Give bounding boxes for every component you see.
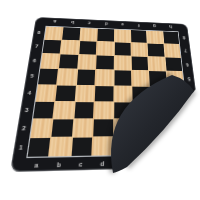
rank-label-7: 7 <box>30 39 44 54</box>
file-label-a: a <box>24 158 48 172</box>
rank-label-right-1: 1 <box>190 136 200 155</box>
square-h3 <box>169 102 188 118</box>
square-g8 <box>147 31 163 44</box>
file-label-top-f: f <box>130 21 146 30</box>
square-c6 <box>78 55 96 69</box>
rank-label-8: 8 <box>32 25 45 39</box>
square-g7 <box>148 44 164 57</box>
square-e1 <box>113 137 132 155</box>
square-g4 <box>150 86 168 101</box>
square-h6 <box>165 58 182 72</box>
square-b8 <box>62 27 80 40</box>
square-b6 <box>59 55 78 69</box>
square-e8 <box>114 29 130 42</box>
square-c1 <box>71 137 92 156</box>
file-label-top-c: c <box>80 19 97 28</box>
square-f1 <box>133 137 152 155</box>
square-a4 <box>36 85 57 101</box>
rank-label-right-3: 3 <box>187 102 200 119</box>
square-e5 <box>114 71 131 86</box>
square-b7 <box>61 41 79 55</box>
rank-label-right-2: 2 <box>188 119 200 137</box>
square-f4 <box>132 86 150 101</box>
file-label-c: c <box>69 157 91 171</box>
rank-label-right-4: 4 <box>185 86 198 102</box>
rank-label-right-8: 8 <box>178 31 189 44</box>
square-e2 <box>114 119 133 136</box>
square-f3 <box>133 102 151 118</box>
square-g6 <box>148 57 165 71</box>
file-label-top-b: b <box>63 18 81 27</box>
file-labels-bottom: abcdefgh <box>24 155 194 172</box>
rank-label-right-6: 6 <box>181 58 193 72</box>
square-d6 <box>96 56 113 70</box>
square-b3 <box>54 102 75 118</box>
rank-label-5: 5 <box>25 68 40 84</box>
square-c2 <box>73 119 93 136</box>
square-d7 <box>97 42 114 55</box>
file-label-g: g <box>153 155 174 168</box>
square-h2 <box>170 119 189 136</box>
file-label-top-e: e <box>114 21 130 30</box>
square-f5 <box>132 71 149 85</box>
square-f7 <box>131 43 147 56</box>
square-c4 <box>76 85 95 101</box>
product-photo: abcdefgh abcdefgh 87654321 87654321 <box>0 0 200 200</box>
square-h4 <box>168 87 186 102</box>
file-label-top-a: a <box>46 17 64 26</box>
file-label-d: d <box>91 156 113 170</box>
square-g3 <box>151 102 169 118</box>
file-label-b: b <box>47 157 70 171</box>
square-c7 <box>79 41 96 55</box>
square-h7 <box>164 44 181 57</box>
file-label-top-g: g <box>146 22 162 31</box>
rank-label-right-5: 5 <box>183 72 195 87</box>
square-e4 <box>114 86 132 101</box>
file-label-top-h: h <box>162 23 178 32</box>
file-label-top-d: d <box>97 20 114 29</box>
file-label-e: e <box>113 156 134 169</box>
square-c3 <box>74 102 94 118</box>
square-g5 <box>149 71 166 85</box>
square-e7 <box>114 42 130 55</box>
square-a8 <box>45 27 63 40</box>
square-g2 <box>152 119 171 136</box>
square-d4 <box>95 86 113 101</box>
square-a5 <box>38 69 58 84</box>
square-d2 <box>93 119 112 136</box>
square-b4 <box>56 85 76 101</box>
rank-label-6: 6 <box>27 53 41 68</box>
square-g1 <box>153 137 173 155</box>
square-b1 <box>50 138 72 157</box>
square-a1 <box>28 138 51 157</box>
square-e6 <box>114 56 131 70</box>
square-d5 <box>96 70 114 85</box>
square-c8 <box>80 28 97 41</box>
rank-label-right-7: 7 <box>180 44 192 58</box>
square-h5 <box>166 72 184 86</box>
square-h8 <box>163 31 179 44</box>
rank-label-1: 1 <box>12 138 29 158</box>
square-h1 <box>172 136 192 154</box>
square-f8 <box>131 30 147 43</box>
square-c5 <box>77 70 95 85</box>
file-label-h: h <box>173 155 194 168</box>
rank-label-2: 2 <box>16 119 32 138</box>
square-d3 <box>94 102 113 118</box>
board-grid <box>26 26 192 158</box>
square-a6 <box>40 54 60 68</box>
square-a2 <box>30 119 52 137</box>
rank-label-3: 3 <box>19 101 35 119</box>
square-f2 <box>133 119 152 136</box>
square-f6 <box>132 57 149 71</box>
chess-mat: abcdefgh abcdefgh 87654321 87654321 <box>10 17 200 172</box>
file-label-f: f <box>133 156 154 169</box>
square-b5 <box>58 69 77 84</box>
square-d1 <box>93 137 113 155</box>
rank-label-4: 4 <box>22 84 37 101</box>
square-a3 <box>33 101 54 118</box>
square-a7 <box>43 40 62 54</box>
square-d8 <box>97 29 113 42</box>
square-e3 <box>114 102 132 118</box>
square-b2 <box>52 119 73 137</box>
